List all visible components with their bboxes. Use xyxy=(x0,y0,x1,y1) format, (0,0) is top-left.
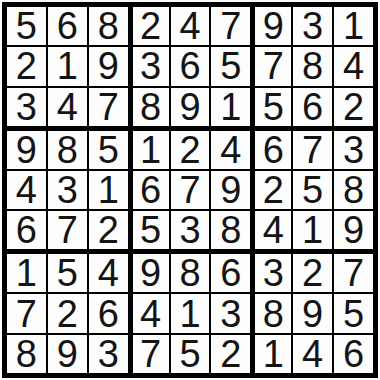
cell-r4c2[interactable]: 8 xyxy=(48,128,87,169)
cell-r2c7[interactable]: 7 xyxy=(252,47,291,85)
cell-r9c8[interactable]: 4 xyxy=(293,335,332,373)
cell-r4c8[interactable]: 7 xyxy=(293,128,332,169)
cell-r6c8[interactable]: 1 xyxy=(293,211,332,249)
cell-r8c2[interactable]: 2 xyxy=(48,294,87,332)
cell-r5c8[interactable]: 5 xyxy=(293,171,332,209)
cell-r4c9[interactable]: 3 xyxy=(334,128,373,169)
cell-r3c7[interactable]: 5 xyxy=(252,88,291,126)
cell-r2c6[interactable]: 5 xyxy=(211,47,250,85)
cell-r3c5[interactable]: 9 xyxy=(171,88,210,126)
cell-r8c5[interactable]: 1 xyxy=(171,294,210,332)
cell-r5c3[interactable]: 1 xyxy=(89,171,128,209)
cell-r4c6[interactable]: 4 xyxy=(211,128,250,169)
cell-r8c9[interactable]: 5 xyxy=(334,294,373,332)
cell-r5c6[interactable]: 9 xyxy=(211,171,250,209)
cell-r1c9[interactable]: 1 xyxy=(334,7,373,45)
cell-r5c7[interactable]: 2 xyxy=(252,171,291,209)
cell-r6c2[interactable]: 7 xyxy=(48,211,87,249)
cell-r9c2[interactable]: 9 xyxy=(48,335,87,373)
cell-r7c1[interactable]: 1 xyxy=(7,251,46,292)
cell-r5c1[interactable]: 4 xyxy=(7,171,46,209)
cell-r1c6[interactable]: 7 xyxy=(211,7,250,45)
cell-r8c1[interactable]: 7 xyxy=(7,294,46,332)
cell-r5c4[interactable]: 6 xyxy=(130,171,169,209)
cell-r1c3[interactable]: 8 xyxy=(89,7,128,45)
cell-r4c3[interactable]: 5 xyxy=(89,128,128,169)
cell-r7c8[interactable]: 2 xyxy=(293,251,332,292)
cell-r2c3[interactable]: 9 xyxy=(89,47,128,85)
cell-r3c4[interactable]: 8 xyxy=(130,88,169,126)
cell-r8c4[interactable]: 4 xyxy=(130,294,169,332)
cell-r1c8[interactable]: 3 xyxy=(293,7,332,45)
cell-r2c9[interactable]: 4 xyxy=(334,47,373,85)
cell-r9c9[interactable]: 6 xyxy=(334,335,373,373)
cell-r7c4[interactable]: 9 xyxy=(130,251,169,292)
cell-r4c7[interactable]: 6 xyxy=(252,128,291,169)
cell-r3c8[interactable]: 6 xyxy=(293,88,332,126)
cell-r8c6[interactable]: 3 xyxy=(211,294,250,332)
cell-r4c5[interactable]: 2 xyxy=(171,128,210,169)
cell-r3c2[interactable]: 4 xyxy=(48,88,87,126)
cell-r1c7[interactable]: 9 xyxy=(252,7,291,45)
cell-r9c5[interactable]: 5 xyxy=(171,335,210,373)
sudoku-page: 5682479312193657843478915629851246734316… xyxy=(0,0,380,380)
cell-r3c3[interactable]: 7 xyxy=(89,88,128,126)
cell-r6c6[interactable]: 8 xyxy=(211,211,250,249)
cell-r7c3[interactable]: 4 xyxy=(89,251,128,292)
cell-r4c1[interactable]: 9 xyxy=(7,128,46,169)
cell-r6c7[interactable]: 4 xyxy=(252,211,291,249)
cell-r8c3[interactable]: 6 xyxy=(89,294,128,332)
cell-r3c1[interactable]: 3 xyxy=(7,88,46,126)
cell-r9c1[interactable]: 8 xyxy=(7,335,46,373)
cell-r5c9[interactable]: 8 xyxy=(334,171,373,209)
cell-r7c9[interactable]: 7 xyxy=(334,251,373,292)
cell-r6c1[interactable]: 6 xyxy=(7,211,46,249)
cell-r9c4[interactable]: 7 xyxy=(130,335,169,373)
cell-r1c4[interactable]: 2 xyxy=(130,7,169,45)
cell-r7c6[interactable]: 6 xyxy=(211,251,250,292)
cell-r6c5[interactable]: 3 xyxy=(171,211,210,249)
cell-r2c8[interactable]: 8 xyxy=(293,47,332,85)
cell-r6c9[interactable]: 9 xyxy=(334,211,373,249)
sudoku-board: 5682479312193657843478915629851246734316… xyxy=(2,2,378,378)
cell-r2c2[interactable]: 1 xyxy=(48,47,87,85)
cell-r3c6[interactable]: 1 xyxy=(211,88,250,126)
cell-r7c2[interactable]: 5 xyxy=(48,251,87,292)
cell-r8c8[interactable]: 9 xyxy=(293,294,332,332)
cell-r9c6[interactable]: 2 xyxy=(211,335,250,373)
cell-r1c1[interactable]: 5 xyxy=(7,7,46,45)
cell-r3c9[interactable]: 2 xyxy=(334,88,373,126)
cell-r7c7[interactable]: 3 xyxy=(252,251,291,292)
cell-r2c1[interactable]: 2 xyxy=(7,47,46,85)
cell-r9c7[interactable]: 1 xyxy=(252,335,291,373)
cell-r4c4[interactable]: 1 xyxy=(130,128,169,169)
cell-r1c2[interactable]: 6 xyxy=(48,7,87,45)
cell-r2c4[interactable]: 3 xyxy=(130,47,169,85)
cell-r6c4[interactable]: 5 xyxy=(130,211,169,249)
cell-r7c5[interactable]: 8 xyxy=(171,251,210,292)
cell-r1c5[interactable]: 4 xyxy=(171,7,210,45)
cell-r8c7[interactable]: 8 xyxy=(252,294,291,332)
cell-r9c3[interactable]: 3 xyxy=(89,335,128,373)
cell-r2c5[interactable]: 6 xyxy=(171,47,210,85)
cell-r5c2[interactable]: 3 xyxy=(48,171,87,209)
cell-r6c3[interactable]: 2 xyxy=(89,211,128,249)
cell-r5c5[interactable]: 7 xyxy=(171,171,210,209)
